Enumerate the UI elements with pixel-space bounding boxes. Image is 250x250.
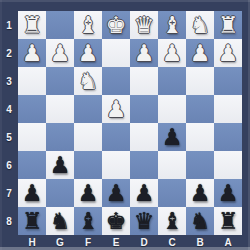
square-f7[interactable]: ♟ — [74, 179, 102, 207]
square-b1[interactable]: ♞ — [186, 11, 214, 39]
square-d1[interactable]: ♛ — [130, 11, 158, 39]
square-h7[interactable]: ♟ — [18, 179, 46, 207]
file-labels: HGFEDCBA — [18, 235, 242, 250]
square-f1[interactable]: ♝ — [74, 11, 102, 39]
piece-black-rook: ♜ — [218, 207, 239, 235]
file-label-d: D — [130, 235, 158, 250]
square-e4[interactable]: ♟ — [102, 95, 130, 123]
piece-white-pawn: ♟ — [134, 39, 155, 67]
piece-black-bishop: ♝ — [78, 207, 99, 235]
piece-black-pawn: ♟ — [50, 151, 71, 179]
square-e8[interactable]: ♚ — [102, 207, 130, 235]
rank-label-7: 7 — [0, 179, 18, 207]
piece-white-pawn: ♟ — [162, 39, 183, 67]
square-c3[interactable] — [158, 67, 186, 95]
chess-board[interactable]: ♜♝♚♛♝♞♜♟♟♟♟♟♟♟♞♟♟♟♟♟♟♟♟♟♜♞♝♚♛♝♞♜ — [18, 11, 242, 235]
rank-label-5: 5 — [0, 123, 18, 151]
square-f6[interactable] — [74, 151, 102, 179]
square-d6[interactable] — [130, 151, 158, 179]
square-a3[interactable] — [214, 67, 242, 95]
piece-white-pawn: ♟ — [50, 39, 71, 67]
file-label-b: B — [186, 235, 214, 250]
square-b6[interactable] — [186, 151, 214, 179]
square-h8[interactable]: ♜ — [18, 207, 46, 235]
square-a8[interactable]: ♜ — [214, 207, 242, 235]
piece-white-pawn: ♟ — [106, 95, 127, 123]
square-a6[interactable] — [214, 151, 242, 179]
square-b5[interactable] — [186, 123, 214, 151]
square-c7[interactable] — [158, 179, 186, 207]
piece-black-pawn: ♟ — [106, 179, 127, 207]
square-e3[interactable] — [102, 67, 130, 95]
square-f8[interactable]: ♝ — [74, 207, 102, 235]
piece-black-pawn: ♟ — [218, 179, 239, 207]
piece-white-bishop: ♝ — [78, 11, 99, 39]
rank-label-8: 8 — [0, 207, 18, 235]
square-d3[interactable] — [130, 67, 158, 95]
square-b8[interactable]: ♞ — [186, 207, 214, 235]
piece-black-queen: ♛ — [134, 207, 155, 235]
rank-label-3: 3 — [0, 67, 18, 95]
piece-black-pawn: ♟ — [190, 179, 211, 207]
piece-black-bishop: ♝ — [162, 207, 183, 235]
square-h2[interactable]: ♟ — [18, 39, 46, 67]
piece-black-knight: ♞ — [50, 207, 71, 235]
square-f5[interactable] — [74, 123, 102, 151]
square-f2[interactable]: ♟ — [74, 39, 102, 67]
square-g6[interactable]: ♟ — [46, 151, 74, 179]
file-label-e: E — [102, 235, 130, 250]
file-label-f: F — [74, 235, 102, 250]
square-c2[interactable]: ♟ — [158, 39, 186, 67]
rank-label-2: 2 — [0, 39, 18, 67]
piece-white-knight: ♞ — [190, 11, 211, 39]
square-c5[interactable]: ♟ — [158, 123, 186, 151]
square-c6[interactable] — [158, 151, 186, 179]
square-f4[interactable] — [74, 95, 102, 123]
piece-black-rook: ♜ — [22, 207, 43, 235]
square-e1[interactable]: ♚ — [102, 11, 130, 39]
rank-label-6: 6 — [0, 151, 18, 179]
square-b7[interactable]: ♟ — [186, 179, 214, 207]
square-a7[interactable]: ♟ — [214, 179, 242, 207]
square-a5[interactable] — [214, 123, 242, 151]
rank-labels: 12345678 — [0, 11, 18, 235]
piece-white-pawn: ♟ — [218, 39, 239, 67]
square-h4[interactable] — [18, 95, 46, 123]
file-label-c: C — [158, 235, 186, 250]
square-g5[interactable] — [46, 123, 74, 151]
piece-black-pawn: ♟ — [22, 179, 43, 207]
square-h1[interactable]: ♜ — [18, 11, 46, 39]
rank-label-1: 1 — [0, 11, 18, 39]
file-label-a: A — [214, 235, 242, 250]
piece-white-king: ♚ — [106, 11, 127, 39]
piece-white-rook: ♜ — [22, 11, 43, 39]
square-d2[interactable]: ♟ — [130, 39, 158, 67]
square-c1[interactable]: ♝ — [158, 11, 186, 39]
piece-white-rook: ♜ — [218, 11, 239, 39]
square-a1[interactable]: ♜ — [214, 11, 242, 39]
square-g8[interactable]: ♞ — [46, 207, 74, 235]
square-g1[interactable] — [46, 11, 74, 39]
piece-white-pawn: ♟ — [22, 39, 43, 67]
square-e5[interactable] — [102, 123, 130, 151]
square-h3[interactable] — [18, 67, 46, 95]
piece-black-pawn: ♟ — [134, 179, 155, 207]
rank-label-4: 4 — [0, 95, 18, 123]
square-d8[interactable]: ♛ — [130, 207, 158, 235]
square-b2[interactable]: ♟ — [186, 39, 214, 67]
square-b4[interactable] — [186, 95, 214, 123]
piece-white-bishop: ♝ — [162, 11, 183, 39]
square-c4[interactable] — [158, 95, 186, 123]
square-d5[interactable] — [130, 123, 158, 151]
piece-black-pawn: ♟ — [78, 179, 99, 207]
square-d7[interactable]: ♟ — [130, 179, 158, 207]
piece-black-king: ♚ — [106, 207, 127, 235]
square-d4[interactable] — [130, 95, 158, 123]
square-b3[interactable] — [186, 67, 214, 95]
square-f3[interactable]: ♞ — [74, 67, 102, 95]
piece-white-knight: ♞ — [78, 67, 99, 95]
file-label-g: G — [46, 235, 74, 250]
piece-black-knight: ♞ — [190, 207, 211, 235]
square-g4[interactable] — [46, 95, 74, 123]
square-c8[interactable]: ♝ — [158, 207, 186, 235]
square-e2[interactable] — [102, 39, 130, 67]
chessboard-frame: 12345678 ♜♝♚♛♝♞♜♟♟♟♟♟♟♟♞♟♟♟♟♟♟♟♟♟♜♞♝♚♛♝♞… — [0, 0, 250, 250]
square-a2[interactable]: ♟ — [214, 39, 242, 67]
square-g7[interactable] — [46, 179, 74, 207]
square-h6[interactable] — [18, 151, 46, 179]
square-g3[interactable] — [46, 67, 74, 95]
square-e6[interactable] — [102, 151, 130, 179]
file-label-h: H — [18, 235, 46, 250]
piece-white-pawn: ♟ — [78, 39, 99, 67]
square-a4[interactable] — [214, 95, 242, 123]
square-e7[interactable]: ♟ — [102, 179, 130, 207]
piece-black-pawn: ♟ — [162, 123, 183, 151]
piece-white-queen: ♛ — [134, 11, 155, 39]
square-g2[interactable]: ♟ — [46, 39, 74, 67]
piece-white-pawn: ♟ — [190, 39, 211, 67]
square-h5[interactable] — [18, 123, 46, 151]
